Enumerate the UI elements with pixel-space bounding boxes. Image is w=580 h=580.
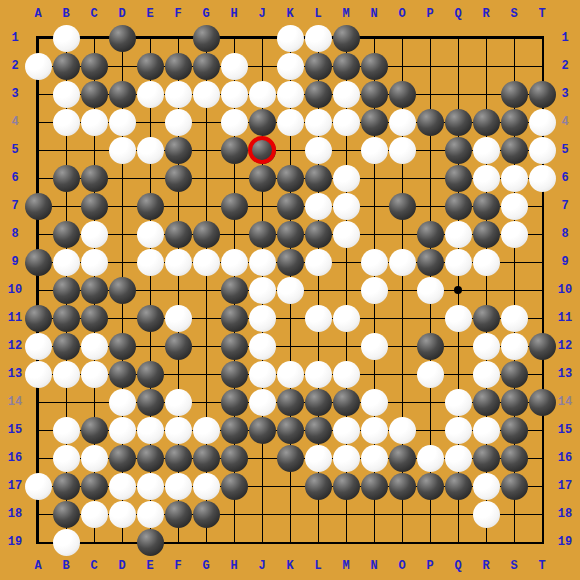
black-stone-S14 xyxy=(501,389,528,416)
coord-label-col-S: S xyxy=(500,559,528,573)
white-stone-H3 xyxy=(221,81,248,108)
black-stone-L6 xyxy=(305,165,332,192)
white-stone-N14 xyxy=(361,389,388,416)
white-stone-A12 xyxy=(25,333,52,360)
black-stone-M17 xyxy=(333,473,360,500)
black-stone-F5 xyxy=(165,137,192,164)
black-stone-G18 xyxy=(193,501,220,528)
white-stone-M16 xyxy=(333,445,360,472)
black-stone-D13 xyxy=(109,361,136,388)
black-stone-J6 xyxy=(249,165,276,192)
black-stone-C17 xyxy=(81,473,108,500)
white-stone-O9 xyxy=(389,249,416,276)
black-stone-L15 xyxy=(305,417,332,444)
white-stone-B1 xyxy=(53,25,80,52)
coord-label-row-16: 16 xyxy=(1,451,29,465)
black-stone-J15 xyxy=(249,417,276,444)
black-stone-F8 xyxy=(165,221,192,248)
white-stone-R12 xyxy=(473,333,500,360)
black-stone-H16 xyxy=(221,445,248,472)
coord-label-row-10: 10 xyxy=(551,283,579,297)
coord-label-row-5: 5 xyxy=(1,143,29,157)
white-stone-S7 xyxy=(501,193,528,220)
white-stone-Q8 xyxy=(445,221,472,248)
black-stone-R4 xyxy=(473,109,500,136)
white-stone-S8 xyxy=(501,221,528,248)
black-stone-E16 xyxy=(137,445,164,472)
white-stone-F3 xyxy=(165,81,192,108)
coord-label-row-3: 3 xyxy=(1,87,29,101)
coord-label-row-18: 18 xyxy=(551,507,579,521)
white-stone-J14 xyxy=(249,389,276,416)
coord-label-col-T: T xyxy=(528,7,556,21)
white-stone-Q11 xyxy=(445,305,472,332)
black-stone-B12 xyxy=(53,333,80,360)
coord-label-col-L: L xyxy=(304,7,332,21)
black-stone-T14 xyxy=(529,389,556,416)
white-stone-E5 xyxy=(137,137,164,164)
white-stone-B4 xyxy=(53,109,80,136)
black-stone-P9 xyxy=(417,249,444,276)
coord-label-row-7: 7 xyxy=(551,199,579,213)
black-stone-E19 xyxy=(137,529,164,556)
white-stone-J3 xyxy=(249,81,276,108)
black-stone-F12 xyxy=(165,333,192,360)
white-stone-C12 xyxy=(81,333,108,360)
black-stone-S15 xyxy=(501,417,528,444)
white-stone-A17 xyxy=(25,473,52,500)
white-stone-Q9 xyxy=(445,249,472,276)
white-stone-F15 xyxy=(165,417,192,444)
white-stone-M3 xyxy=(333,81,360,108)
coord-label-row-8: 8 xyxy=(551,227,579,241)
white-stone-M7 xyxy=(333,193,360,220)
black-stone-R14 xyxy=(473,389,500,416)
black-stone-E13 xyxy=(137,361,164,388)
coord-label-col-D: D xyxy=(108,559,136,573)
coord-label-col-G: G xyxy=(192,559,220,573)
white-stone-Q14 xyxy=(445,389,472,416)
white-stone-N9 xyxy=(361,249,388,276)
white-stone-J9 xyxy=(249,249,276,276)
white-stone-C13 xyxy=(81,361,108,388)
coord-label-row-17: 17 xyxy=(551,479,579,493)
white-stone-M6 xyxy=(333,165,360,192)
coord-label-col-N: N xyxy=(360,559,388,573)
white-stone-L1 xyxy=(305,25,332,52)
black-stone-E11 xyxy=(137,305,164,332)
black-stone-P8 xyxy=(417,221,444,248)
black-stone-K9 xyxy=(277,249,304,276)
coord-label-col-R: R xyxy=(472,559,500,573)
black-stone-M14 xyxy=(333,389,360,416)
white-stone-G9 xyxy=(193,249,220,276)
black-stone-E7 xyxy=(137,193,164,220)
white-stone-D14 xyxy=(109,389,136,416)
star-point xyxy=(454,286,462,294)
white-stone-S6 xyxy=(501,165,528,192)
white-stone-S11 xyxy=(501,305,528,332)
white-stone-D5 xyxy=(109,137,136,164)
black-stone-J8 xyxy=(249,221,276,248)
white-stone-L13 xyxy=(305,361,332,388)
white-stone-J10 xyxy=(249,277,276,304)
coord-label-col-T: T xyxy=(528,559,556,573)
white-stone-E18 xyxy=(137,501,164,528)
coord-label-col-G: G xyxy=(192,7,220,21)
black-stone-R11 xyxy=(473,305,500,332)
black-stone-N3 xyxy=(361,81,388,108)
white-stone-R17 xyxy=(473,473,500,500)
white-stone-L5 xyxy=(305,137,332,164)
last-move-marker xyxy=(248,136,276,164)
coord-label-col-M: M xyxy=(332,559,360,573)
white-stone-E8 xyxy=(137,221,164,248)
black-stone-S5 xyxy=(501,137,528,164)
coord-label-col-R: R xyxy=(472,7,500,21)
white-stone-E3 xyxy=(137,81,164,108)
black-stone-Q17 xyxy=(445,473,472,500)
coord-label-col-H: H xyxy=(220,7,248,21)
white-stone-P13 xyxy=(417,361,444,388)
black-stone-H12 xyxy=(221,333,248,360)
white-stone-K1 xyxy=(277,25,304,52)
coord-label-col-E: E xyxy=(136,559,164,573)
white-stone-H2 xyxy=(221,53,248,80)
white-stone-F9 xyxy=(165,249,192,276)
black-stone-D12 xyxy=(109,333,136,360)
coord-label-col-J: J xyxy=(248,559,276,573)
black-stone-H7 xyxy=(221,193,248,220)
black-stone-R8 xyxy=(473,221,500,248)
white-stone-T4 xyxy=(529,109,556,136)
white-stone-N15 xyxy=(361,417,388,444)
black-stone-H14 xyxy=(221,389,248,416)
white-stone-J13 xyxy=(249,361,276,388)
coord-label-col-P: P xyxy=(416,7,444,21)
white-stone-C9 xyxy=(81,249,108,276)
black-stone-O3 xyxy=(389,81,416,108)
coord-label-col-A: A xyxy=(24,7,52,21)
black-stone-R7 xyxy=(473,193,500,220)
black-stone-H15 xyxy=(221,417,248,444)
coord-label-col-S: S xyxy=(500,7,528,21)
coord-label-col-C: C xyxy=(80,7,108,21)
black-stone-G8 xyxy=(193,221,220,248)
white-stone-R18 xyxy=(473,501,500,528)
white-stone-D4 xyxy=(109,109,136,136)
black-stone-F18 xyxy=(165,501,192,528)
coord-label-row-2: 2 xyxy=(551,59,579,73)
white-stone-R15 xyxy=(473,417,500,444)
white-stone-A13 xyxy=(25,361,52,388)
white-stone-P10 xyxy=(417,277,444,304)
white-stone-T5 xyxy=(529,137,556,164)
white-stone-B13 xyxy=(53,361,80,388)
white-stone-L9 xyxy=(305,249,332,276)
black-stone-C11 xyxy=(81,305,108,332)
white-stone-O4 xyxy=(389,109,416,136)
white-stone-R9 xyxy=(473,249,500,276)
white-stone-L7 xyxy=(305,193,332,220)
coord-label-row-8: 8 xyxy=(1,227,29,241)
coord-label-col-E: E xyxy=(136,7,164,21)
white-stone-F4 xyxy=(165,109,192,136)
black-stone-B10 xyxy=(53,277,80,304)
black-stone-S16 xyxy=(501,445,528,472)
white-stone-M11 xyxy=(333,305,360,332)
black-stone-H5 xyxy=(221,137,248,164)
black-stone-G16 xyxy=(193,445,220,472)
white-stone-B16 xyxy=(53,445,80,472)
black-stone-M1 xyxy=(333,25,360,52)
black-stone-G2 xyxy=(193,53,220,80)
go-board[interactable]: ABCDEFGHJKLMNOPQRST ABCDEFGHJKLMNOPQRST … xyxy=(0,0,580,580)
white-stone-L4 xyxy=(305,109,332,136)
coord-label-col-D: D xyxy=(108,7,136,21)
black-stone-K8 xyxy=(277,221,304,248)
black-stone-B18 xyxy=(53,501,80,528)
white-stone-R5 xyxy=(473,137,500,164)
white-stone-J11 xyxy=(249,305,276,332)
coord-label-row-9: 9 xyxy=(551,255,579,269)
black-stone-B17 xyxy=(53,473,80,500)
white-stone-G15 xyxy=(193,417,220,444)
coord-label-col-N: N xyxy=(360,7,388,21)
white-stone-E17 xyxy=(137,473,164,500)
white-stone-S12 xyxy=(501,333,528,360)
black-stone-S13 xyxy=(501,361,528,388)
white-stone-L16 xyxy=(305,445,332,472)
white-stone-K13 xyxy=(277,361,304,388)
coord-label-row-18: 18 xyxy=(1,507,29,521)
white-stone-H9 xyxy=(221,249,248,276)
black-stone-H13 xyxy=(221,361,248,388)
black-stone-T12 xyxy=(529,333,556,360)
black-stone-K7 xyxy=(277,193,304,220)
coord-label-col-B: B xyxy=(52,7,80,21)
white-stone-R13 xyxy=(473,361,500,388)
white-stone-C8 xyxy=(81,221,108,248)
black-stone-C6 xyxy=(81,165,108,192)
coord-label-col-O: O xyxy=(388,7,416,21)
white-stone-O5 xyxy=(389,137,416,164)
white-stone-B9 xyxy=(53,249,80,276)
white-stone-K10 xyxy=(277,277,304,304)
black-stone-P4 xyxy=(417,109,444,136)
coord-label-col-C: C xyxy=(80,559,108,573)
black-stone-L3 xyxy=(305,81,332,108)
black-stone-D1 xyxy=(109,25,136,52)
black-stone-F16 xyxy=(165,445,192,472)
white-stone-F17 xyxy=(165,473,192,500)
black-stone-C15 xyxy=(81,417,108,444)
coord-label-col-J: J xyxy=(248,7,276,21)
black-stone-S4 xyxy=(501,109,528,136)
coord-label-row-16: 16 xyxy=(551,451,579,465)
black-stone-D3 xyxy=(109,81,136,108)
white-stone-M8 xyxy=(333,221,360,248)
white-stone-N5 xyxy=(361,137,388,164)
black-stone-L8 xyxy=(305,221,332,248)
white-stone-K4 xyxy=(277,109,304,136)
black-stone-S3 xyxy=(501,81,528,108)
white-stone-O15 xyxy=(389,417,416,444)
black-stone-O17 xyxy=(389,473,416,500)
black-stone-L2 xyxy=(305,53,332,80)
coord-label-col-H: H xyxy=(220,559,248,573)
black-stone-B11 xyxy=(53,305,80,332)
black-stone-J4 xyxy=(249,109,276,136)
black-stone-C7 xyxy=(81,193,108,220)
white-stone-K3 xyxy=(277,81,304,108)
white-stone-D15 xyxy=(109,417,136,444)
white-stone-N10 xyxy=(361,277,388,304)
white-stone-G17 xyxy=(193,473,220,500)
black-stone-L14 xyxy=(305,389,332,416)
black-stone-K15 xyxy=(277,417,304,444)
white-stone-F14 xyxy=(165,389,192,416)
black-stone-K14 xyxy=(277,389,304,416)
black-stone-G1 xyxy=(193,25,220,52)
white-stone-R6 xyxy=(473,165,500,192)
black-stone-Q6 xyxy=(445,165,472,192)
white-stone-K2 xyxy=(277,53,304,80)
coord-label-col-Q: Q xyxy=(444,559,472,573)
black-stone-B8 xyxy=(53,221,80,248)
coord-label-col-K: K xyxy=(276,559,304,573)
coord-label-row-6: 6 xyxy=(1,171,29,185)
black-stone-O7 xyxy=(389,193,416,220)
black-stone-P12 xyxy=(417,333,444,360)
black-stone-L17 xyxy=(305,473,332,500)
black-stone-C3 xyxy=(81,81,108,108)
black-stone-Q7 xyxy=(445,193,472,220)
black-stone-R16 xyxy=(473,445,500,472)
black-stone-B6 xyxy=(53,165,80,192)
white-stone-B19 xyxy=(53,529,80,556)
black-stone-A11 xyxy=(25,305,52,332)
coord-label-row-1: 1 xyxy=(551,31,579,45)
coord-label-row-10: 10 xyxy=(1,283,29,297)
black-stone-T3 xyxy=(529,81,556,108)
coord-label-row-15: 15 xyxy=(1,423,29,437)
coord-label-col-F: F xyxy=(164,7,192,21)
coord-label-row-19: 19 xyxy=(551,535,579,549)
white-stone-N12 xyxy=(361,333,388,360)
black-stone-H10 xyxy=(221,277,248,304)
white-stone-G3 xyxy=(193,81,220,108)
coord-label-row-1: 1 xyxy=(1,31,29,45)
black-stone-Q5 xyxy=(445,137,472,164)
coord-label-col-K: K xyxy=(276,7,304,21)
white-stone-C4 xyxy=(81,109,108,136)
black-stone-A9 xyxy=(25,249,52,276)
coord-label-row-19: 19 xyxy=(1,535,29,549)
white-stone-M15 xyxy=(333,417,360,444)
white-stone-B3 xyxy=(53,81,80,108)
black-stone-C2 xyxy=(81,53,108,80)
coord-label-row-14: 14 xyxy=(1,395,29,409)
white-stone-M13 xyxy=(333,361,360,388)
white-stone-D18 xyxy=(109,501,136,528)
white-stone-M4 xyxy=(333,109,360,136)
black-stone-H11 xyxy=(221,305,248,332)
black-stone-B2 xyxy=(53,53,80,80)
black-stone-F6 xyxy=(165,165,192,192)
white-stone-B15 xyxy=(53,417,80,444)
white-stone-N16 xyxy=(361,445,388,472)
white-stone-L11 xyxy=(305,305,332,332)
black-stone-K16 xyxy=(277,445,304,472)
white-stone-E9 xyxy=(137,249,164,276)
black-stone-S17 xyxy=(501,473,528,500)
black-stone-A7 xyxy=(25,193,52,220)
black-stone-E2 xyxy=(137,53,164,80)
coord-label-col-A: A xyxy=(24,559,52,573)
black-stone-E14 xyxy=(137,389,164,416)
black-stone-N4 xyxy=(361,109,388,136)
black-stone-D10 xyxy=(109,277,136,304)
coord-label-col-L: L xyxy=(304,559,332,573)
black-stone-O16 xyxy=(389,445,416,472)
coord-label-row-11: 11 xyxy=(551,311,579,325)
white-stone-F11 xyxy=(165,305,192,332)
black-stone-K6 xyxy=(277,165,304,192)
black-stone-Q4 xyxy=(445,109,472,136)
coord-label-col-B: B xyxy=(52,559,80,573)
coord-label-col-F: F xyxy=(164,559,192,573)
coord-label-col-O: O xyxy=(388,559,416,573)
white-stone-Q15 xyxy=(445,417,472,444)
white-stone-D17 xyxy=(109,473,136,500)
white-stone-Q16 xyxy=(445,445,472,472)
coord-label-col-P: P xyxy=(416,559,444,573)
black-stone-F2 xyxy=(165,53,192,80)
coord-label-col-M: M xyxy=(332,7,360,21)
black-stone-P17 xyxy=(417,473,444,500)
white-stone-J12 xyxy=(249,333,276,360)
coord-label-row-4: 4 xyxy=(1,115,29,129)
coord-label-col-Q: Q xyxy=(444,7,472,21)
white-stone-E15 xyxy=(137,417,164,444)
white-stone-P16 xyxy=(417,445,444,472)
white-stone-A2 xyxy=(25,53,52,80)
black-stone-H17 xyxy=(221,473,248,500)
black-stone-D16 xyxy=(109,445,136,472)
black-stone-M2 xyxy=(333,53,360,80)
white-stone-H4 xyxy=(221,109,248,136)
coord-label-row-15: 15 xyxy=(551,423,579,437)
coord-label-row-13: 13 xyxy=(551,367,579,381)
white-stone-C18 xyxy=(81,501,108,528)
black-stone-C10 xyxy=(81,277,108,304)
black-stone-N17 xyxy=(361,473,388,500)
black-stone-N2 xyxy=(361,53,388,80)
white-stone-C16 xyxy=(81,445,108,472)
white-stone-T6 xyxy=(529,165,556,192)
